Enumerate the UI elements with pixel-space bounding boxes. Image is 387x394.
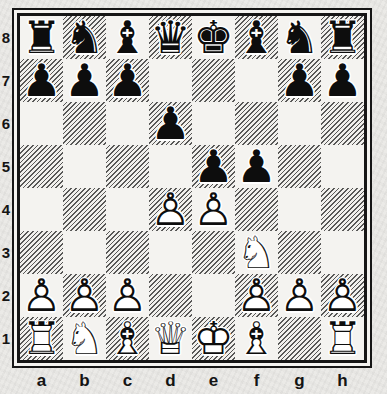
piece-backing: ♟: [278, 59, 321, 102]
piece-backing: ♝: [106, 317, 149, 360]
white-pawn-piece: ♙: [192, 188, 235, 231]
rank-label-4: 4: [0, 188, 12, 231]
piece-backing: ♚: [192, 16, 235, 59]
square-g1[interactable]: [278, 317, 321, 360]
square-h8[interactable]: ♜♜: [321, 16, 364, 59]
square-d4[interactable]: ♟♙: [149, 188, 192, 231]
white-king-piece: ♔: [192, 317, 235, 360]
piece-backing: ♜: [321, 317, 364, 360]
square-b2[interactable]: ♟♙: [63, 274, 106, 317]
square-g2[interactable]: ♟♙: [278, 274, 321, 317]
square-c6[interactable]: [106, 102, 149, 145]
file-label-e: e: [192, 369, 235, 393]
piece-backing: ♞: [63, 16, 106, 59]
square-f3[interactable]: ♞♘: [235, 231, 278, 274]
piece-backing: ♝: [235, 16, 278, 59]
file-label-a: a: [20, 369, 63, 393]
square-d3[interactable]: [149, 231, 192, 274]
square-b7[interactable]: ♟♟: [63, 59, 106, 102]
white-pawn-piece: ♙: [278, 274, 321, 317]
square-c1[interactable]: ♝♗: [106, 317, 149, 360]
square-c7[interactable]: ♟♟: [106, 59, 149, 102]
rank-label-8: 8: [0, 16, 12, 59]
square-h3[interactable]: [321, 231, 364, 274]
piece-backing: ♟: [63, 59, 106, 102]
piece-backing: ♚: [192, 317, 235, 360]
black-pawn-piece: ♟: [321, 59, 364, 102]
white-knight-piece: ♘: [63, 317, 106, 360]
piece-backing: ♝: [106, 16, 149, 59]
square-e6[interactable]: [192, 102, 235, 145]
square-f1[interactable]: ♝♗: [235, 317, 278, 360]
file-label-b: b: [63, 369, 106, 393]
white-pawn-piece: ♙: [235, 274, 278, 317]
square-g8[interactable]: ♞♞: [278, 16, 321, 59]
black-pawn-piece: ♟: [192, 145, 235, 188]
piece-backing: ♟: [278, 274, 321, 317]
piece-backing: ♟: [106, 274, 149, 317]
square-a5[interactable]: [20, 145, 63, 188]
white-rook-piece: ♖: [321, 317, 364, 360]
rank-label-6: 6: [0, 102, 12, 145]
square-e8[interactable]: ♚♚: [192, 16, 235, 59]
piece-backing: ♟: [235, 145, 278, 188]
square-e2[interactable]: [192, 274, 235, 317]
white-pawn-piece: ♙: [149, 188, 192, 231]
black-rook-piece: ♜: [20, 16, 63, 59]
rank-label-5: 5: [0, 145, 12, 188]
file-label-h: h: [321, 369, 364, 393]
piece-backing: ♟: [321, 59, 364, 102]
piece-backing: ♜: [321, 16, 364, 59]
square-h5[interactable]: [321, 145, 364, 188]
chess-board-inner-border: ♜♜♞♞♝♝♛♛♚♚♝♝♞♞♜♜♟♟♟♟♟♟♟♟♟♟♟♟♟♟♟♟♟♙♟♙♞♘♟♙…: [17, 13, 367, 363]
black-knight-piece: ♞: [278, 16, 321, 59]
square-a4[interactable]: [20, 188, 63, 231]
white-pawn-piece: ♙: [20, 274, 63, 317]
square-f6[interactable]: [235, 102, 278, 145]
square-b6[interactable]: [63, 102, 106, 145]
piece-backing: ♟: [20, 59, 63, 102]
rank-labels: 87654321: [0, 16, 12, 360]
black-pawn-piece: ♟: [278, 59, 321, 102]
square-a7[interactable]: ♟♟: [20, 59, 63, 102]
square-d5[interactable]: [149, 145, 192, 188]
white-pawn-piece: ♙: [63, 274, 106, 317]
white-bishop-piece: ♗: [235, 317, 278, 360]
square-h1[interactable]: ♜♖: [321, 317, 364, 360]
square-c3[interactable]: [106, 231, 149, 274]
black-bishop-piece: ♝: [106, 16, 149, 59]
square-a6[interactable]: [20, 102, 63, 145]
square-c8[interactable]: ♝♝: [106, 16, 149, 59]
square-h4[interactable]: [321, 188, 364, 231]
square-a1[interactable]: ♜♖: [20, 317, 63, 360]
square-g4[interactable]: [278, 188, 321, 231]
square-c2[interactable]: ♟♙: [106, 274, 149, 317]
square-g7[interactable]: ♟♟: [278, 59, 321, 102]
piece-backing: ♞: [278, 16, 321, 59]
black-queen-piece: ♛: [149, 16, 192, 59]
piece-backing: ♝: [235, 317, 278, 360]
square-d2[interactable]: [149, 274, 192, 317]
square-d6[interactable]: ♟♟: [149, 102, 192, 145]
black-pawn-piece: ♟: [235, 145, 278, 188]
piece-backing: ♟: [192, 145, 235, 188]
piece-backing: ♟: [321, 274, 364, 317]
rank-label-7: 7: [0, 59, 12, 102]
piece-backing: ♟: [63, 274, 106, 317]
square-f8[interactable]: ♝♝: [235, 16, 278, 59]
white-bishop-piece: ♗: [106, 317, 149, 360]
square-b3[interactable]: [63, 231, 106, 274]
rank-label-3: 3: [0, 231, 12, 274]
piece-backing: ♜: [20, 317, 63, 360]
black-pawn-piece: ♟: [63, 59, 106, 102]
black-knight-piece: ♞: [63, 16, 106, 59]
file-label-c: c: [106, 369, 149, 393]
square-h2[interactable]: ♟♙: [321, 274, 364, 317]
square-a8[interactable]: ♜♜: [20, 16, 63, 59]
black-pawn-piece: ♟: [106, 59, 149, 102]
white-pawn-piece: ♙: [106, 274, 149, 317]
square-d1[interactable]: ♛♕: [149, 317, 192, 360]
piece-backing: ♛: [149, 317, 192, 360]
piece-backing: ♟: [106, 59, 149, 102]
piece-backing: ♞: [235, 231, 278, 274]
piece-backing: ♟: [20, 274, 63, 317]
square-b1[interactable]: ♞♘: [63, 317, 106, 360]
file-label-g: g: [278, 369, 321, 393]
square-c4[interactable]: [106, 188, 149, 231]
rank-label-1: 1: [0, 317, 12, 360]
white-knight-piece: ♘: [235, 231, 278, 274]
square-f2[interactable]: ♟♙: [235, 274, 278, 317]
square-g5[interactable]: [278, 145, 321, 188]
piece-backing: ♟: [192, 188, 235, 231]
square-b5[interactable]: [63, 145, 106, 188]
square-a3[interactable]: [20, 231, 63, 274]
rank-label-2: 2: [0, 274, 12, 317]
black-pawn-piece: ♟: [20, 59, 63, 102]
square-g3[interactable]: [278, 231, 321, 274]
square-e7[interactable]: [192, 59, 235, 102]
square-d8[interactable]: ♛♛: [149, 16, 192, 59]
square-h6[interactable]: [321, 102, 364, 145]
square-g6[interactable]: [278, 102, 321, 145]
file-label-d: d: [149, 369, 192, 393]
square-d7[interactable]: [149, 59, 192, 102]
chess-board: ♜♜♞♞♝♝♛♛♚♚♝♝♞♞♜♜♟♟♟♟♟♟♟♟♟♟♟♟♟♟♟♟♟♙♟♙♞♘♟♙…: [20, 16, 364, 360]
square-f4[interactable]: [235, 188, 278, 231]
piece-backing: ♟: [149, 188, 192, 231]
piece-backing: ♟: [235, 274, 278, 317]
white-queen-piece: ♕: [149, 317, 192, 360]
piece-backing: ♜: [20, 16, 63, 59]
file-label-f: f: [235, 369, 278, 393]
square-e3[interactable]: [192, 231, 235, 274]
square-b8[interactable]: ♞♞: [63, 16, 106, 59]
square-b4[interactable]: [63, 188, 106, 231]
square-e4[interactable]: ♟♙: [192, 188, 235, 231]
piece-backing: ♞: [63, 317, 106, 360]
black-king-piece: ♚: [192, 16, 235, 59]
chess-board-frame: ♜♜♞♞♝♝♛♛♚♚♝♝♞♞♜♜♟♟♟♟♟♟♟♟♟♟♟♟♟♟♟♟♟♙♟♙♞♘♟♙…: [12, 8, 372, 368]
black-pawn-piece: ♟: [149, 102, 192, 145]
square-a2[interactable]: ♟♙: [20, 274, 63, 317]
file-labels: abcdefgh: [20, 369, 364, 393]
white-rook-piece: ♖: [20, 317, 63, 360]
square-e1[interactable]: ♚♔: [192, 317, 235, 360]
black-bishop-piece: ♝: [235, 16, 278, 59]
square-e5[interactable]: ♟♟: [192, 145, 235, 188]
piece-backing: ♟: [149, 102, 192, 145]
black-rook-piece: ♜: [321, 16, 364, 59]
square-f5[interactable]: ♟♟: [235, 145, 278, 188]
white-pawn-piece: ♙: [321, 274, 364, 317]
square-c5[interactable]: [106, 145, 149, 188]
square-f7[interactable]: [235, 59, 278, 102]
square-h7[interactable]: ♟♟: [321, 59, 364, 102]
piece-backing: ♛: [149, 16, 192, 59]
